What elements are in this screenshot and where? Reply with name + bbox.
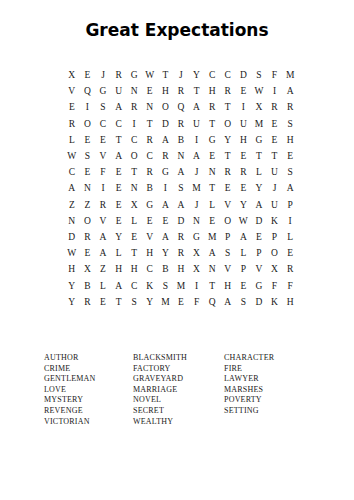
grid-cell-r10c5: L	[126, 213, 142, 229]
grid-cell-r4c12: U	[236, 116, 252, 132]
grid-cell-r12c5: T	[126, 245, 142, 261]
grid-cell-r1c9: Y	[189, 67, 205, 83]
grid-cell-r13c12: P	[236, 261, 252, 277]
grid-cell-r8c8: S	[173, 180, 189, 196]
grid-cell-r12c2: E	[80, 245, 96, 261]
grid-cell-r13c6: C	[142, 261, 158, 277]
grid-cell-r10c1: N	[64, 213, 80, 229]
grid-cell-r15c1: Y	[64, 294, 80, 310]
grid-cell-r2c9: T	[189, 83, 205, 99]
grid-cell-r1c12: D	[236, 67, 252, 83]
grid-cell-r7c7: G	[158, 164, 174, 180]
puzzle-title: Great Expectations	[0, 20, 354, 40]
grid-cell-r15c6: Y	[142, 294, 158, 310]
grid-cell-r12c13: P	[251, 245, 267, 261]
grid-cell-r2c4: U	[111, 83, 127, 99]
grid-cell-r13c1: H	[64, 261, 80, 277]
grid-cell-r3c12: I	[236, 99, 252, 115]
grid-cell-r1c15: M	[282, 67, 298, 83]
word-item: GENTLEMAN	[44, 374, 96, 385]
grid-cell-r3c3: S	[95, 99, 111, 115]
grid-cell-r14c12: E	[236, 277, 252, 293]
grid-cell-r2c5: N	[126, 83, 142, 99]
grid-cell-r6c12: E	[236, 148, 252, 164]
grid-cell-r8c12: E	[236, 180, 252, 196]
grid-cell-r9c1: Z	[64, 197, 80, 213]
grid-cell-r12c11: S	[220, 245, 236, 261]
grid-cell-r1c3: J	[95, 67, 111, 83]
word-item: BLACKSMITH	[133, 353, 187, 364]
grid-cell-r15c13: D	[251, 294, 267, 310]
grid-cell-r12c9: X	[189, 245, 205, 261]
grid-cell-r8c3: I	[95, 180, 111, 196]
grid-cell-r1c7: T	[158, 67, 174, 83]
grid-cell-r11c6: V	[142, 229, 158, 245]
grid-cell-r6c1: W	[64, 148, 80, 164]
grid-cell-r15c7: M	[158, 294, 174, 310]
grid-cell-r11c5: E	[126, 229, 142, 245]
grid-cell-r10c8: D	[173, 213, 189, 229]
grid-cell-r7c14: U	[267, 164, 283, 180]
grid-cell-r14c6: K	[142, 277, 158, 293]
grid-cell-r9c8: A	[173, 197, 189, 213]
grid-cell-r2c1: V	[64, 83, 80, 99]
grid-cell-r13c3: Z	[95, 261, 111, 277]
grid-cell-r8c11: E	[220, 180, 236, 196]
grid-cell-r6c3: V	[95, 148, 111, 164]
grid-cell-r2c7: H	[158, 83, 174, 99]
grid-cell-r8c4: E	[111, 180, 127, 196]
grid-cell-r4c11: O	[220, 116, 236, 132]
grid-cell-r9c15: P	[282, 197, 298, 213]
grid-cell-r4c15: S	[282, 116, 298, 132]
grid-cell-r13c11: V	[220, 261, 236, 277]
grid-cell-r4c13: M	[251, 116, 267, 132]
grid-cell-r4c14: E	[267, 116, 283, 132]
word-item: GRAVEYARD	[133, 374, 187, 385]
grid-cell-r6c5: O	[126, 148, 142, 164]
grid-cell-r7c2: E	[80, 164, 96, 180]
grid-cell-r4c8: R	[173, 116, 189, 132]
grid-cell-r12c8: R	[173, 245, 189, 261]
grid-cell-r14c11: H	[220, 277, 236, 293]
grid-cell-r5c4: T	[111, 132, 127, 148]
word-item: AUTHOR	[44, 353, 96, 364]
grid-cell-r11c7: A	[158, 229, 174, 245]
grid-cell-r8c14: J	[267, 180, 283, 196]
grid-cell-r5c3: E	[95, 132, 111, 148]
grid-cell-r2c3: G	[95, 83, 111, 99]
grid-cell-r7c12: R	[236, 164, 252, 180]
grid-cell-r10c14: K	[267, 213, 283, 229]
grid-cell-r3c11: T	[220, 99, 236, 115]
word-item: WEALTHY	[133, 417, 187, 428]
grid-cell-r5c11: Y	[220, 132, 236, 148]
grid-cell-r11c1: D	[64, 229, 80, 245]
word-item: LAWYER	[224, 374, 274, 385]
grid-cell-r10c12: W	[236, 213, 252, 229]
grid-cell-r10c6: E	[142, 213, 158, 229]
grid-cell-r7c1: C	[64, 164, 80, 180]
grid-cell-r3c2: I	[80, 99, 96, 115]
grid-cell-r4c3: C	[95, 116, 111, 132]
grid-cell-r3c6: N	[142, 99, 158, 115]
grid-cell-r14c10: T	[204, 277, 220, 293]
word-item: REVENGE	[44, 406, 96, 417]
grid-cell-r6c9: A	[189, 148, 205, 164]
word-list-column-3: CHARACTERFIRELAWYERMARSHESPOVERTYSETTING	[224, 353, 274, 417]
grid-cell-r13c14: X	[267, 261, 283, 277]
grid-cell-r8c15: A	[282, 180, 298, 196]
grid-cell-r7c4: E	[111, 164, 127, 180]
grid-cell-r15c12: S	[236, 294, 252, 310]
grid-cell-r2c13: W	[251, 83, 267, 99]
grid-cell-r5c7: A	[158, 132, 174, 148]
grid-cell-r15c14: K	[267, 294, 283, 310]
grid-cell-r2c15: A	[282, 83, 298, 99]
grid-cell-r12c10: A	[204, 245, 220, 261]
grid-cell-r4c1: R	[64, 116, 80, 132]
grid-cell-r2c14: I	[267, 83, 283, 99]
grid-cell-r9c9: J	[189, 197, 205, 213]
grid-cell-r9c5: X	[126, 197, 142, 213]
grid-cell-r13c7: B	[158, 261, 174, 277]
grid-cell-r10c3: V	[95, 213, 111, 229]
grid-cell-r7c3: F	[95, 164, 111, 180]
grid-cell-r15c15: H	[282, 294, 298, 310]
grid-cell-r14c4: A	[111, 277, 127, 293]
grid-cell-r7c13: L	[251, 164, 267, 180]
grid-cell-r14c13: G	[251, 277, 267, 293]
grid-cell-r14c7: S	[158, 277, 174, 293]
grid-cell-r6c7: R	[158, 148, 174, 164]
grid-cell-r1c10: C	[204, 67, 220, 83]
grid-cell-r12c4: L	[111, 245, 127, 261]
grid-cell-r1c6: W	[142, 67, 158, 83]
grid-cell-r6c6: C	[142, 148, 158, 164]
grid-cell-r1c14: F	[267, 67, 283, 83]
grid-cell-r5c8: B	[173, 132, 189, 148]
grid-cell-r9c3: R	[95, 197, 111, 213]
grid-cell-r13c5: H	[126, 261, 142, 277]
grid-cell-r11c14: P	[267, 229, 283, 245]
grid-cell-r6c13: T	[251, 148, 267, 164]
grid-cell-r8c1: A	[64, 180, 80, 196]
grid-cell-r6c14: T	[267, 148, 283, 164]
grid-cell-r6c10: E	[204, 148, 220, 164]
grid-cell-r13c2: X	[80, 261, 96, 277]
grid-cell-r1c1: X	[64, 67, 80, 83]
grid-cell-r7c11: R	[220, 164, 236, 180]
grid-cell-r2c11: R	[220, 83, 236, 99]
grid-cell-r15c9: F	[189, 294, 205, 310]
grid-cell-r12c1: W	[64, 245, 80, 261]
grid-cell-r3c9: A	[189, 99, 205, 115]
grid-cell-r8c13: Y	[251, 180, 267, 196]
grid-cell-r7c6: R	[142, 164, 158, 180]
grid-cell-r5c1: L	[64, 132, 80, 148]
word-list-column-1: AUTHORCRIMEGENTLEMANLOVEMYSTERYREVENGEVI…	[44, 353, 96, 427]
grid-cell-r5c10: G	[204, 132, 220, 148]
grid-cell-r7c10: N	[204, 164, 220, 180]
grid-cell-r15c11: A	[220, 294, 236, 310]
grid-cell-r5c2: E	[80, 132, 96, 148]
grid-cell-r3c5: R	[126, 99, 142, 115]
grid-cell-r7c15: S	[282, 164, 298, 180]
grid-cell-r3c14: R	[267, 99, 283, 115]
grid-cell-r11c10: M	[204, 229, 220, 245]
word-list-column-2: BLACKSMITHFACTORYGRAVEYARDMARRIAGENOVELS…	[133, 353, 187, 427]
grid-cell-r15c5: S	[126, 294, 142, 310]
grid-cell-r5c6: R	[142, 132, 158, 148]
word-item: SECRET	[133, 406, 187, 417]
grid-cell-r11c15: L	[282, 229, 298, 245]
grid-cell-r2c2: Q	[80, 83, 96, 99]
grid-cell-r3c8: Q	[173, 99, 189, 115]
grid-cell-r14c1: Y	[64, 277, 80, 293]
grid-cell-r1c13: S	[251, 67, 267, 83]
grid-cell-r7c8: A	[173, 164, 189, 180]
grid-cell-r1c4: R	[111, 67, 127, 83]
grid-cell-r14c2: B	[80, 277, 96, 293]
grid-cell-r10c15: I	[282, 213, 298, 229]
grid-cell-r4c9: U	[189, 116, 205, 132]
grid-cell-r15c10: Q	[204, 294, 220, 310]
grid-cell-r7c5: T	[126, 164, 142, 180]
grid-cell-r14c5: C	[126, 277, 142, 293]
word-item: CRIME	[44, 364, 96, 375]
grid-cell-r8c5: N	[126, 180, 142, 196]
grid-cell-r11c3: A	[95, 229, 111, 245]
grid-cell-r1c2: E	[80, 67, 96, 83]
grid-cell-r10c11: O	[220, 213, 236, 229]
grid-cell-r6c8: N	[173, 148, 189, 164]
grid-cell-r13c10: N	[204, 261, 220, 277]
grid-cell-r12c6: H	[142, 245, 158, 261]
grid-cell-r4c6: T	[142, 116, 158, 132]
word-search-grid: XEJRGWTJYCCDSFMVQGUNEHRTHREWIAEISARNOQAR…	[64, 67, 298, 310]
grid-cell-r11c11: P	[220, 229, 236, 245]
grid-cell-r9c2: Z	[80, 197, 96, 213]
grid-cell-r13c13: V	[251, 261, 267, 277]
grid-cell-r15c3: E	[95, 294, 111, 310]
grid-cell-r9c10: L	[204, 197, 220, 213]
grid-cell-r15c4: T	[111, 294, 127, 310]
grid-cell-r12c7: Y	[158, 245, 174, 261]
word-item: LOVE	[44, 385, 96, 396]
grid-cell-r2c8: R	[173, 83, 189, 99]
grid-cell-r11c2: R	[80, 229, 96, 245]
grid-cell-r9c13: A	[251, 197, 267, 213]
grid-cell-r14c9: I	[189, 277, 205, 293]
grid-cell-r2c12: E	[236, 83, 252, 99]
grid-cell-r14c8: M	[173, 277, 189, 293]
grid-cell-r8c2: N	[80, 180, 96, 196]
grid-cell-r1c5: G	[126, 67, 142, 83]
grid-cell-r9c14: U	[267, 197, 283, 213]
word-item: NOVEL	[133, 395, 187, 406]
grid-cell-r3c13: X	[251, 99, 267, 115]
grid-cell-r3c15: R	[282, 99, 298, 115]
grid-cell-r11c13: E	[251, 229, 267, 245]
grid-cell-r14c3: L	[95, 277, 111, 293]
grid-cell-r8c6: B	[142, 180, 158, 196]
grid-cell-r11c8: R	[173, 229, 189, 245]
word-item: FIRE	[224, 364, 274, 375]
grid-cell-r13c15: R	[282, 261, 298, 277]
grid-cell-r3c1: E	[64, 99, 80, 115]
grid-cell-r5c14: E	[267, 132, 283, 148]
grid-cell-r5c9: I	[189, 132, 205, 148]
grid-cell-r8c10: T	[204, 180, 220, 196]
grid-cell-r8c9: M	[189, 180, 205, 196]
grid-cell-r4c10: T	[204, 116, 220, 132]
grid-cell-r11c12: A	[236, 229, 252, 245]
grid-cell-r6c15: E	[282, 148, 298, 164]
word-item: CHARACTER	[224, 353, 274, 364]
grid-cell-r11c9: G	[189, 229, 205, 245]
grid-cell-r9c12: Y	[236, 197, 252, 213]
grid-cell-r8c7: I	[158, 180, 174, 196]
grid-cell-r3c10: R	[204, 99, 220, 115]
grid-cell-r15c8: E	[173, 294, 189, 310]
grid-cell-r4c4: C	[111, 116, 127, 132]
grid-cell-r10c7: E	[158, 213, 174, 229]
grid-cell-r9c11: V	[220, 197, 236, 213]
word-item: MARRIAGE	[133, 385, 187, 396]
grid-cell-r12c12: L	[236, 245, 252, 261]
grid-cell-r6c4: A	[111, 148, 127, 164]
grid-cell-r10c4: E	[111, 213, 127, 229]
grid-cell-r14c14: F	[267, 277, 283, 293]
grid-cell-r13c8: H	[173, 261, 189, 277]
grid-cell-r9c4: E	[111, 197, 127, 213]
grid-cell-r6c2: S	[80, 148, 96, 164]
grid-cell-r6c11: T	[220, 148, 236, 164]
grid-cell-r5c5: C	[126, 132, 142, 148]
word-item: FACTORY	[133, 364, 187, 375]
grid-cell-r3c7: O	[158, 99, 174, 115]
grid-cell-r5c12: H	[236, 132, 252, 148]
grid-cell-r4c5: I	[126, 116, 142, 132]
grid-cell-r1c11: C	[220, 67, 236, 83]
grid-cell-r12c15: E	[282, 245, 298, 261]
grid-cell-r9c7: A	[158, 197, 174, 213]
grid-cell-r7c9: J	[189, 164, 205, 180]
grid-cell-r13c4: H	[111, 261, 127, 277]
grid-cell-r5c15: H	[282, 132, 298, 148]
word-item: MARSHES	[224, 385, 274, 396]
grid-cell-r15c2: R	[80, 294, 96, 310]
word-item: POVERTY	[224, 395, 274, 406]
grid-cell-r11c4: Y	[111, 229, 127, 245]
word-item: MYSTERY	[44, 395, 96, 406]
grid-cell-r5c13: G	[251, 132, 267, 148]
grid-cell-r13c9: X	[189, 261, 205, 277]
grid-cell-r10c9: N	[189, 213, 205, 229]
grid-cell-r12c14: O	[267, 245, 283, 261]
grid-cell-r2c6: E	[142, 83, 158, 99]
grid-cell-r1c8: J	[173, 67, 189, 83]
word-list: AUTHORCRIMEGENTLEMANLOVEMYSTERYREVENGEVI…	[0, 353, 354, 443]
grid-cell-r4c2: O	[80, 116, 96, 132]
word-item: VICTORIAN	[44, 417, 96, 428]
grid-cell-r2c10: H	[204, 83, 220, 99]
grid-cell-r14c15: F	[282, 277, 298, 293]
grid-cell-r10c10: E	[204, 213, 220, 229]
word-item: SETTING	[224, 406, 274, 417]
grid-cell-r3c4: A	[111, 99, 127, 115]
grid-cell-r4c7: D	[158, 116, 174, 132]
grid-cell-r10c13: D	[251, 213, 267, 229]
grid-cell-r10c2: O	[80, 213, 96, 229]
worksheet-page: Great Expectations XEJRGWTJYCCDSFMVQGUNE…	[0, 0, 354, 500]
grid-cell-r9c6: G	[142, 197, 158, 213]
grid-cell-r12c3: A	[95, 245, 111, 261]
